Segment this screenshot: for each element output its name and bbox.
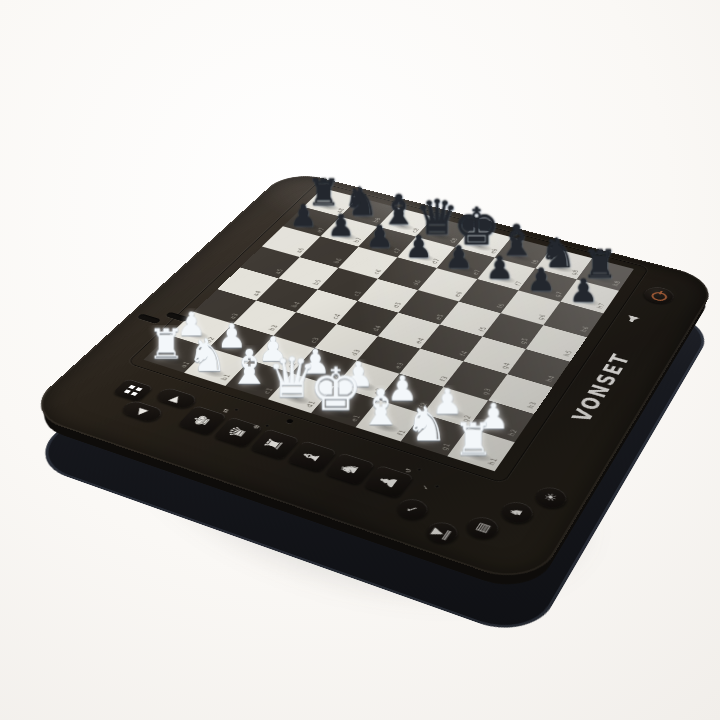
down-icon: ▼ bbox=[134, 406, 150, 416]
square-label: e5 bbox=[434, 313, 445, 320]
power-button[interactable] bbox=[640, 285, 677, 307]
square-label: d5 bbox=[393, 301, 404, 308]
play-icon: ▶∥ bbox=[430, 525, 454, 540]
bishop-icon: ♝ bbox=[298, 448, 325, 465]
black-pawn[interactable]: ♟ bbox=[445, 242, 473, 271]
power-icon bbox=[649, 291, 669, 303]
knight-icon: ♞ bbox=[336, 460, 363, 477]
white-bishop[interactable]: ♝ bbox=[227, 345, 270, 390]
black-pawn[interactable]: ♟ bbox=[569, 275, 598, 305]
king-icon: ♚ bbox=[189, 412, 216, 428]
knight-round-button[interactable]: ♞ bbox=[496, 498, 536, 526]
black-pawn[interactable]: ♟ bbox=[327, 211, 354, 240]
square-label: a5 bbox=[274, 268, 285, 274]
up-icon: ▲ bbox=[168, 393, 184, 403]
led-hole bbox=[234, 408, 238, 411]
square-label: b4 bbox=[291, 301, 302, 308]
led-hole bbox=[265, 424, 269, 427]
light-round-button[interactable]: ☀ bbox=[531, 484, 571, 511]
panel-marking: ✓ bbox=[422, 485, 432, 491]
white-knight[interactable]: ♞ bbox=[404, 401, 447, 446]
mic-hole bbox=[286, 419, 295, 424]
white-king[interactable]: ♚ bbox=[309, 361, 362, 418]
book-round-button[interactable]: ▤ bbox=[462, 513, 503, 541]
chess-computer: a8♜b8♞c8♝d8♛e8♚f8♝g8♞h8♜a7♟b7♟c7♟d7♟e7♟f… bbox=[21, 170, 719, 589]
square-label: e4 bbox=[414, 337, 425, 344]
square-label: h5 bbox=[563, 350, 574, 358]
square-label: f6 bbox=[496, 303, 506, 309]
black-pawn[interactable]: ♟ bbox=[366, 221, 393, 250]
white-rook[interactable]: ♜ bbox=[452, 418, 492, 461]
square-label: h3 bbox=[527, 401, 539, 409]
king-button[interactable]: ♚ bbox=[177, 405, 227, 435]
book-icon: ▤ bbox=[472, 521, 491, 534]
square-label: b6 bbox=[333, 257, 344, 263]
white-rook[interactable]: ♜ bbox=[147, 324, 184, 364]
white-bishop[interactable]: ♝ bbox=[358, 385, 402, 432]
led-hole bbox=[417, 468, 421, 471]
black-pawn[interactable]: ♟ bbox=[405, 232, 433, 261]
menu-button[interactable] bbox=[112, 379, 153, 402]
black-pawn[interactable]: ♟ bbox=[485, 253, 513, 283]
knightmove-icon: ♞ bbox=[507, 506, 526, 518]
confirm-icon: ✓ bbox=[404, 503, 422, 515]
square-label: c4 bbox=[332, 313, 343, 320]
queen-icon: ♛ bbox=[225, 424, 252, 440]
white-knight[interactable]: ♞ bbox=[187, 334, 228, 377]
square-label: d4 bbox=[372, 325, 383, 332]
speaker-icon bbox=[625, 313, 641, 323]
menu-icon bbox=[124, 384, 143, 395]
square-label: h4 bbox=[546, 375, 557, 383]
panel-marking: ⇄ bbox=[222, 408, 232, 413]
down-button[interactable]: ▼ bbox=[119, 399, 166, 423]
led-hole bbox=[435, 485, 439, 488]
pawn-icon: ♟ bbox=[375, 473, 402, 490]
pawn-button[interactable]: ♟ bbox=[363, 465, 414, 498]
light-icon: ☀ bbox=[542, 491, 560, 504]
confirm-button[interactable]: ✓ bbox=[393, 496, 433, 522]
black-pawn[interactable]: ♟ bbox=[290, 201, 317, 229]
rook-icon: ♜ bbox=[261, 436, 288, 452]
black-pawn[interactable]: ♟ bbox=[527, 264, 555, 294]
up-button[interactable]: ▲ bbox=[153, 386, 199, 409]
chess-board: a8♜b8♞c8♝d8♛e8♚f8♝g8♞h8♜a7♟b7♟c7♟d7♟e7♟f… bbox=[143, 188, 634, 471]
play-pause-button[interactable]: ▶∥ bbox=[422, 519, 462, 546]
scene: a8♜b8♞c8♝d8♛e8♚f8♝g8♞h8♜a7♟b7♟c7♟d7♟e7♟f… bbox=[0, 0, 720, 720]
